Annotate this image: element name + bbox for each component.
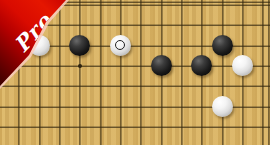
stone-black (69, 35, 90, 56)
go-board-grid (0, 0, 270, 145)
stone-white (29, 35, 50, 56)
last-move-circle-marker (115, 40, 125, 50)
go-board[interactable] (0, 0, 270, 145)
stone-white (232, 55, 253, 76)
stone-white (212, 96, 233, 117)
stone-white (110, 35, 131, 56)
stone-black (212, 35, 233, 56)
stone-black (151, 55, 172, 76)
go-app-screenshot: Pro (0, 0, 270, 145)
